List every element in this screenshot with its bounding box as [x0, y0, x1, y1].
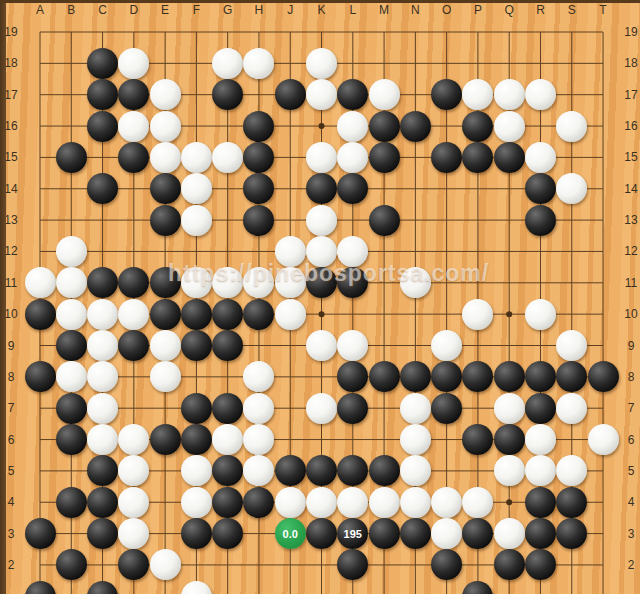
white-stone-S16[interactable] [556, 111, 587, 142]
go-board[interactable]: ABCDEFGHJKLMNOPQRST191918181717161615151… [0, 0, 640, 594]
star-point [506, 311, 512, 317]
white-stone-O9[interactable] [431, 330, 462, 361]
black-stone-C16[interactable] [87, 111, 118, 142]
white-stone-N4[interactable] [400, 487, 431, 518]
row-label-right: 13 [621, 213, 640, 227]
column-label: R [529, 3, 551, 17]
black-stone-M15[interactable] [369, 142, 400, 173]
white-stone-A11[interactable] [25, 267, 56, 298]
column-label: K [311, 3, 333, 17]
black-stone-H13[interactable] [243, 205, 274, 236]
column-label: L [342, 3, 364, 17]
white-stone-M17[interactable] [369, 79, 400, 110]
column-label: D [123, 3, 145, 17]
row-label-right: 18 [621, 56, 640, 70]
white-stone-B12[interactable] [56, 236, 87, 267]
white-stone-H7[interactable] [243, 393, 274, 424]
black-stone-Q2[interactable] [494, 549, 525, 580]
white-stone-C7[interactable] [87, 393, 118, 424]
black-stone-P16[interactable] [462, 111, 493, 142]
white-stone-T6[interactable] [588, 424, 619, 455]
column-label: P [467, 3, 489, 17]
black-stone-G10[interactable] [212, 299, 243, 330]
row-label-right: 4 [621, 495, 640, 509]
row-label-right: 10 [621, 307, 640, 321]
black-stone-T8[interactable] [588, 361, 619, 392]
row-label-right: 16 [621, 119, 640, 133]
white-stone-Q17[interactable] [494, 79, 525, 110]
black-stone-H4[interactable] [243, 487, 274, 518]
black-stone-R3[interactable] [525, 518, 556, 549]
white-stone-R17[interactable] [525, 79, 556, 110]
white-stone-B10[interactable] [56, 299, 87, 330]
black-stone-B7[interactable] [56, 393, 87, 424]
black-stone-B6[interactable] [56, 424, 87, 455]
black-stone-C18[interactable] [87, 48, 118, 79]
black-stone-N16[interactable] [400, 111, 431, 142]
white-stone-P4[interactable] [462, 487, 493, 518]
black-stone-L7[interactable] [337, 393, 368, 424]
column-label: B [60, 3, 82, 17]
white-stone-E15[interactable] [150, 142, 181, 173]
black-stone-M3[interactable] [369, 518, 400, 549]
white-stone-L16[interactable] [337, 111, 368, 142]
black-stone-Q8[interactable] [494, 361, 525, 392]
column-label: H [248, 3, 270, 17]
move-number-label: 195 [344, 528, 362, 540]
row-label-right: 9 [621, 339, 640, 353]
row-label-right: 6 [621, 433, 640, 447]
black-stone-F9[interactable] [181, 330, 212, 361]
white-stone-Q16[interactable] [494, 111, 525, 142]
black-stone-G7[interactable] [212, 393, 243, 424]
board-frame-top [0, 0, 640, 3]
row-label-right: 19 [621, 25, 640, 39]
white-stone-Q7[interactable] [494, 393, 525, 424]
black-stone-M16[interactable] [369, 111, 400, 142]
white-stone-K9[interactable] [306, 330, 337, 361]
black-stone-N8[interactable] [400, 361, 431, 392]
column-label: M [373, 3, 395, 17]
black-stone-E10[interactable] [150, 299, 181, 330]
white-stone-D10[interactable] [118, 299, 149, 330]
black-stone-A10[interactable] [25, 299, 56, 330]
column-label: S [561, 3, 583, 17]
white-stone-K18[interactable] [306, 48, 337, 79]
white-stone-E17[interactable] [150, 79, 181, 110]
white-stone-C10[interactable] [87, 299, 118, 330]
white-stone-R15[interactable] [525, 142, 556, 173]
white-stone-E9[interactable] [150, 330, 181, 361]
row-label-right: 15 [621, 150, 640, 164]
black-stone-M13[interactable] [369, 205, 400, 236]
white-stone-N6[interactable] [400, 424, 431, 455]
white-stone-F13[interactable] [181, 205, 212, 236]
white-stone-D18[interactable] [118, 48, 149, 79]
row-label-right: 8 [621, 370, 640, 384]
black-stone-F10[interactable] [181, 299, 212, 330]
black-stone-H16[interactable] [243, 111, 274, 142]
black-stone-K3[interactable] [306, 518, 337, 549]
white-stone-E8[interactable] [150, 361, 181, 392]
black-stone-B15[interactable] [56, 142, 87, 173]
white-stone-P10[interactable] [462, 299, 493, 330]
black-stone-G4[interactable] [212, 487, 243, 518]
white-stone-M4[interactable] [369, 487, 400, 518]
column-label: J [279, 3, 301, 17]
black-stone-E13[interactable] [150, 205, 181, 236]
black-stone-M5[interactable] [369, 455, 400, 486]
black-stone-J17[interactable] [275, 79, 306, 110]
black-stone-C3[interactable] [87, 518, 118, 549]
column-label: G [217, 3, 239, 17]
star-point [319, 123, 325, 129]
white-stone-D4[interactable] [118, 487, 149, 518]
black-stone-E14[interactable] [150, 173, 181, 204]
black-stone-N3[interactable] [400, 518, 431, 549]
white-stone-E2[interactable] [150, 549, 181, 580]
column-label: T [592, 3, 614, 17]
white-stone-N7[interactable] [400, 393, 431, 424]
star-point [506, 499, 512, 505]
black-stone-Q6[interactable] [494, 424, 525, 455]
row-label-right: 7 [621, 401, 640, 415]
column-label: A [29, 3, 51, 17]
white-stone-R10[interactable] [525, 299, 556, 330]
white-stone-F15[interactable] [181, 142, 212, 173]
column-label: O [436, 3, 458, 17]
white-stone-D16[interactable] [118, 111, 149, 142]
white-stone-S7[interactable] [556, 393, 587, 424]
black-stone-E6[interactable] [150, 424, 181, 455]
white-stone-K13[interactable] [306, 205, 337, 236]
black-stone-M8[interactable] [369, 361, 400, 392]
row-label-right: 12 [621, 244, 640, 258]
black-stone-F6[interactable] [181, 424, 212, 455]
white-stone-G18[interactable] [212, 48, 243, 79]
white-stone-K7[interactable] [306, 393, 337, 424]
black-stone-G9[interactable] [212, 330, 243, 361]
black-stone-O15[interactable] [431, 142, 462, 173]
white-stone-F4[interactable] [181, 487, 212, 518]
white-stone-G15[interactable] [212, 142, 243, 173]
row-label-right: 14 [621, 182, 640, 196]
white-stone-F14[interactable] [181, 173, 212, 204]
white-stone-C9[interactable] [87, 330, 118, 361]
white-stone-E16[interactable] [150, 111, 181, 142]
row-label-right: 17 [621, 88, 640, 102]
column-label: N [404, 3, 426, 17]
black-stone-J5[interactable] [275, 455, 306, 486]
white-stone-G6[interactable] [212, 424, 243, 455]
white-stone-O3[interactable] [431, 518, 462, 549]
black-stone-B9[interactable] [56, 330, 87, 361]
black-stone-B2[interactable] [56, 549, 87, 580]
white-stone-K4[interactable] [306, 487, 337, 518]
black-stone-A3[interactable] [25, 518, 56, 549]
black-stone-R14[interactable] [525, 173, 556, 204]
star-point [319, 311, 325, 317]
white-stone-B8[interactable] [56, 361, 87, 392]
white-stone-L4[interactable] [337, 487, 368, 518]
column-label: Q [498, 3, 520, 17]
white-stone-J4[interactable] [275, 487, 306, 518]
black-stone-R13[interactable] [525, 205, 556, 236]
black-stone-F7[interactable] [181, 393, 212, 424]
white-stone-Q5[interactable] [494, 455, 525, 486]
white-stone-R6[interactable] [525, 424, 556, 455]
black-stone-B4[interactable] [56, 487, 87, 518]
black-stone-S4[interactable] [556, 487, 587, 518]
column-label: F [185, 3, 207, 17]
white-stone-J10[interactable] [275, 299, 306, 330]
row-label-right: 3 [621, 527, 640, 541]
board-frame-left [0, 0, 6, 594]
row-label-right: 5 [621, 464, 640, 478]
score-marker[interactable]: 0.0 [275, 518, 306, 549]
white-stone-K15[interactable] [306, 142, 337, 173]
black-stone-H10[interactable] [243, 299, 274, 330]
row-label-right: 2 [621, 558, 640, 572]
column-label: E [154, 3, 176, 17]
black-stone-C4[interactable] [87, 487, 118, 518]
white-stone-L15[interactable] [337, 142, 368, 173]
black-stone-O7[interactable] [431, 393, 462, 424]
column-label: C [92, 3, 114, 17]
white-stone-O4[interactable] [431, 487, 462, 518]
white-stone-K17[interactable] [306, 79, 337, 110]
black-stone-F3[interactable] [181, 518, 212, 549]
black-stone-D15[interactable] [118, 142, 149, 173]
white-stone-Q3[interactable] [494, 518, 525, 549]
white-stone-C6[interactable] [87, 424, 118, 455]
black-stone-R7[interactable] [525, 393, 556, 424]
black-stone-A8[interactable] [25, 361, 56, 392]
white-stone-B11[interactable] [56, 267, 87, 298]
black-stone-Q15[interactable] [494, 142, 525, 173]
row-label-right: 11 [621, 276, 640, 290]
black-stone-R4[interactable] [525, 487, 556, 518]
watermark-text: https://pinebosportsa.com/ [168, 260, 489, 287]
